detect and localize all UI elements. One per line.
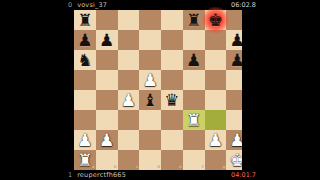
- square-g3[interactable]: [205, 110, 227, 130]
- square-f1[interactable]: f: [183, 150, 205, 170]
- square-d3[interactable]: [139, 110, 161, 130]
- square-c2[interactable]: [118, 130, 140, 150]
- square-a5[interactable]: [74, 70, 96, 90]
- square-b2[interactable]: ♟: [96, 130, 118, 150]
- square-d8[interactable]: [139, 10, 161, 30]
- piece-white-pawn[interactable]: ♟: [74, 130, 96, 150]
- square-d4[interactable]: ♝: [139, 90, 161, 110]
- square-f2[interactable]: [183, 130, 205, 150]
- right-letterbox-bar: [242, 0, 320, 180]
- square-b8[interactable]: [96, 10, 118, 30]
- app-stage: ♜♜♚8♟♟♟7♞♟♟6♟5♟♝♛4♜3♟♟♟♟2♜abcdefg♚h1 0 v…: [0, 0, 320, 180]
- square-g6[interactable]: [205, 50, 227, 70]
- square-b6[interactable]: [96, 50, 118, 70]
- square-b1[interactable]: b: [96, 150, 118, 170]
- square-c3[interactable]: [118, 110, 140, 130]
- coord-file-d: d: [157, 165, 160, 169]
- square-c7[interactable]: [118, 30, 140, 50]
- square-g4[interactable]: [205, 90, 227, 110]
- square-c4[interactable]: ♟: [118, 90, 140, 110]
- square-g5[interactable]: [205, 70, 227, 90]
- square-e5[interactable]: [161, 70, 183, 90]
- square-c1[interactable]: c: [118, 150, 140, 170]
- left-letterbox-bar: [0, 0, 74, 180]
- square-e4[interactable]: ♛: [161, 90, 183, 110]
- piece-black-knight[interactable]: ♞: [74, 50, 96, 70]
- piece-black-bishop[interactable]: ♝: [139, 90, 161, 110]
- square-a3[interactable]: [74, 110, 96, 130]
- coord-file-f: f: [202, 165, 204, 169]
- piece-black-rook[interactable]: ♜: [74, 10, 96, 30]
- piece-black-pawn[interactable]: ♟: [74, 30, 96, 50]
- top-player-row: 0 vovsi_37 06:02.8: [0, 0, 320, 10]
- square-d2[interactable]: [139, 130, 161, 150]
- square-a2[interactable]: ♟: [74, 130, 96, 150]
- chess-board[interactable]: ♜♜♚8♟♟♟7♞♟♟6♟5♟♝♛4♜3♟♟♟♟2♜abcdefg♚h1: [74, 10, 248, 170]
- top-player-name: vovsi_37: [77, 0, 107, 10]
- square-f8[interactable]: ♜: [183, 10, 205, 30]
- bottom-player-clock: 04:01.7: [231, 170, 256, 180]
- piece-white-pawn[interactable]: ♟: [118, 90, 140, 110]
- square-e6[interactable]: [161, 50, 183, 70]
- square-c6[interactable]: [118, 50, 140, 70]
- square-b5[interactable]: [96, 70, 118, 90]
- coord-file-b: b: [114, 165, 117, 169]
- square-d6[interactable]: [139, 50, 161, 70]
- bottom-player-row: 1 reuperctfh665 04:01.7: [0, 170, 320, 180]
- square-f6[interactable]: ♟: [183, 50, 205, 70]
- coord-file-e: e: [179, 165, 182, 169]
- square-e8[interactable]: [161, 10, 183, 30]
- coord-file-a: a: [92, 165, 95, 169]
- square-a6[interactable]: ♞: [74, 50, 96, 70]
- square-g2[interactable]: ♟: [205, 130, 227, 150]
- piece-black-rook[interactable]: ♜: [183, 10, 205, 30]
- square-f3[interactable]: ♜: [183, 110, 205, 130]
- top-player-score: 0: [68, 0, 72, 10]
- piece-black-king[interactable]: ♚: [205, 10, 227, 30]
- piece-white-pawn[interactable]: ♟: [205, 130, 227, 150]
- piece-white-pawn[interactable]: ♟: [139, 70, 161, 90]
- square-g1[interactable]: g: [205, 150, 227, 170]
- piece-black-pawn[interactable]: ♟: [183, 50, 205, 70]
- bottom-player-score: 1: [68, 170, 72, 180]
- square-b4[interactable]: [96, 90, 118, 110]
- square-d7[interactable]: [139, 30, 161, 50]
- square-a4[interactable]: [74, 90, 96, 110]
- square-e7[interactable]: [161, 30, 183, 50]
- square-f5[interactable]: [183, 70, 205, 90]
- square-c8[interactable]: [118, 10, 140, 30]
- square-a7[interactable]: ♟: [74, 30, 96, 50]
- square-b7[interactable]: ♟: [96, 30, 118, 50]
- top-player-clock: 06:02.8: [231, 0, 256, 10]
- coord-file-c: c: [136, 165, 138, 169]
- bottom-player-name: reuperctfh665: [77, 170, 126, 180]
- square-f7[interactable]: [183, 30, 205, 50]
- square-e2[interactable]: [161, 130, 183, 150]
- square-g7[interactable]: [205, 30, 227, 50]
- piece-white-pawn[interactable]: ♟: [96, 130, 118, 150]
- coord-file-g: g: [222, 165, 225, 169]
- piece-white-rook[interactable]: ♜: [183, 110, 205, 130]
- square-d1[interactable]: d: [139, 150, 161, 170]
- square-d5[interactable]: ♟: [139, 70, 161, 90]
- square-a1[interactable]: ♜a: [74, 150, 96, 170]
- square-b3[interactable]: [96, 110, 118, 130]
- square-g8[interactable]: ♚: [205, 10, 227, 30]
- square-a8[interactable]: ♜: [74, 10, 96, 30]
- square-e3[interactable]: [161, 110, 183, 130]
- piece-black-queen[interactable]: ♛: [161, 90, 183, 110]
- piece-black-pawn[interactable]: ♟: [96, 30, 118, 50]
- square-e1[interactable]: e: [161, 150, 183, 170]
- square-c5[interactable]: [118, 70, 140, 90]
- square-f4[interactable]: [183, 90, 205, 110]
